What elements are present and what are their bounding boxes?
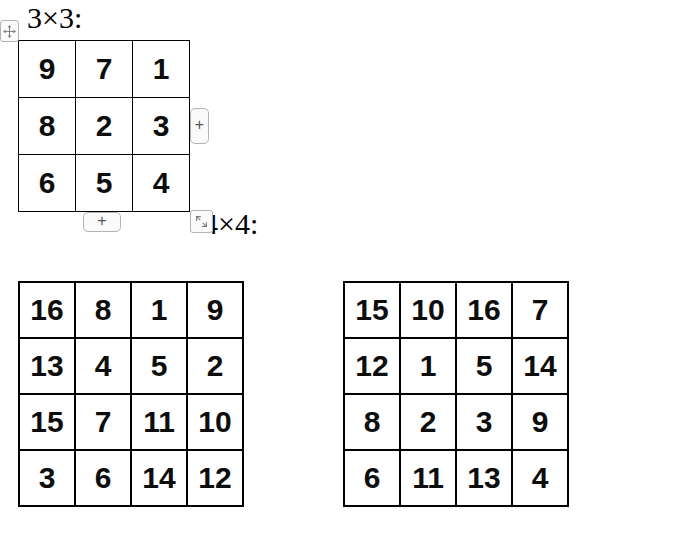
grid-cell[interactable]: 5 [76, 155, 133, 212]
grid-3x3: 971823654 [18, 40, 190, 212]
document-canvas: 3×3: 971823654 + + [0, 0, 679, 533]
grid-cell[interactable]: 6 [19, 155, 76, 212]
grid-cell[interactable]: 4 [133, 155, 190, 212]
grid-cell: 2 [188, 339, 244, 395]
grid-cell[interactable]: 1 [133, 41, 190, 98]
grid-cell: 1 [401, 339, 457, 395]
grid-cell: 6 [345, 451, 401, 507]
grid-cell: 16 [20, 283, 76, 339]
grid-cell: 3 [457, 395, 513, 451]
grid-cell: 5 [457, 339, 513, 395]
grid-cell: 10 [188, 395, 244, 451]
table-resize-handle[interactable] [190, 210, 213, 233]
move-icon [3, 25, 16, 38]
grid-cell: 15 [345, 283, 401, 339]
grid-cell: 6 [76, 451, 132, 507]
grid-cell: 8 [76, 283, 132, 339]
grid-cell: 7 [76, 395, 132, 451]
add-row-button[interactable]: + [83, 212, 121, 232]
grid-cell[interactable]: 3 [133, 98, 190, 155]
grid-cell[interactable]: 9 [19, 41, 76, 98]
add-column-button[interactable]: + [190, 108, 209, 144]
grid-cell: 9 [513, 395, 569, 451]
resize-icon [194, 214, 209, 229]
grid-cell: 11 [132, 395, 188, 451]
grid-cell: 14 [132, 451, 188, 507]
grid-cell: 13 [457, 451, 513, 507]
grid-cell: 13 [20, 339, 76, 395]
heading-3x3: 3×3: [27, 3, 82, 33]
grid-cell: 5 [132, 339, 188, 395]
plus-icon: + [97, 213, 106, 229]
grid-cell: 12 [345, 339, 401, 395]
grid-cell: 11 [401, 451, 457, 507]
grid-cell[interactable]: 8 [19, 98, 76, 155]
grid-cell[interactable]: 2 [76, 98, 133, 155]
grid-cell: 2 [401, 395, 457, 451]
grid-cell: 9 [188, 283, 244, 339]
grid-cell: 14 [513, 339, 569, 395]
plus-icon: + [195, 117, 204, 133]
grid-cell: 16 [457, 283, 513, 339]
table-move-handle[interactable] [0, 20, 19, 42]
grid-cell: 15 [20, 395, 76, 451]
grid-cell: 4 [513, 451, 569, 507]
grid-4x4-right: 15101671215148239611134 [343, 281, 569, 507]
grid-cell[interactable]: 7 [76, 41, 133, 98]
grid-cell: 8 [345, 395, 401, 451]
grid-4x4-left: 16819134521571110361412 [18, 281, 244, 507]
grid-cell: 3 [20, 451, 76, 507]
grid-cell: 12 [188, 451, 244, 507]
grid-cell: 10 [401, 283, 457, 339]
grid-cell: 1 [132, 283, 188, 339]
grid-cell: 7 [513, 283, 569, 339]
grid-cell: 4 [76, 339, 132, 395]
